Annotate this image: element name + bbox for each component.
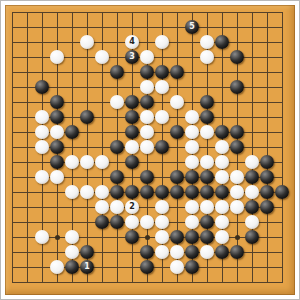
white-stone xyxy=(170,260,184,274)
white-stone xyxy=(50,170,64,184)
white-stone xyxy=(215,215,229,229)
white-stone xyxy=(80,155,94,169)
black-stone xyxy=(230,50,244,64)
white-stone xyxy=(200,125,214,139)
move-number-label: 4 xyxy=(129,35,135,49)
black-stone xyxy=(125,155,139,169)
black-stone xyxy=(170,170,184,184)
white-stone xyxy=(200,245,214,259)
black-stone xyxy=(230,80,244,94)
black-stone xyxy=(200,110,214,124)
white-stone: 2 xyxy=(125,200,139,214)
black-stone xyxy=(260,200,274,214)
black-stone xyxy=(215,125,229,139)
black-stone xyxy=(200,230,214,244)
white-stone xyxy=(110,200,124,214)
grid-line xyxy=(267,12,268,283)
black-stone xyxy=(110,65,124,79)
white-stone xyxy=(125,215,139,229)
white-stone xyxy=(155,245,169,259)
black-stone xyxy=(215,185,229,199)
black-stone xyxy=(185,185,199,199)
black-stone xyxy=(155,65,169,79)
white-stone xyxy=(35,110,49,124)
black-stone xyxy=(125,230,139,244)
white-stone xyxy=(35,140,49,154)
black-stone xyxy=(110,170,124,184)
black-stone xyxy=(155,185,169,199)
white-stone xyxy=(35,230,49,244)
black-stone xyxy=(275,185,289,199)
white-stone xyxy=(245,215,259,229)
black-stone xyxy=(170,65,184,79)
white-stone xyxy=(185,125,199,139)
black-stone xyxy=(230,245,244,259)
black-stone xyxy=(185,245,199,259)
white-stone xyxy=(200,35,214,49)
white-stone xyxy=(65,185,79,199)
black-stone xyxy=(170,125,184,139)
white-stone xyxy=(155,80,169,94)
black-stone xyxy=(50,110,64,124)
white-stone xyxy=(140,125,154,139)
black-stone xyxy=(50,155,64,169)
white-stone xyxy=(230,185,244,199)
white-stone xyxy=(170,95,184,109)
black-stone xyxy=(140,170,154,184)
black-stone xyxy=(140,65,154,79)
white-stone xyxy=(155,35,169,49)
move-number-label: 2 xyxy=(129,200,135,214)
white-stone xyxy=(185,155,199,169)
white-stone xyxy=(125,140,139,154)
white-stone xyxy=(140,215,154,229)
black-stone xyxy=(170,230,184,244)
white-stone xyxy=(35,170,49,184)
white-stone xyxy=(95,185,109,199)
black-stone xyxy=(140,185,154,199)
white-stone xyxy=(200,50,214,64)
black-stone xyxy=(35,80,49,94)
black-stone xyxy=(80,110,94,124)
white-stone xyxy=(140,50,154,64)
white-stone xyxy=(95,50,109,64)
white-stone xyxy=(215,200,229,214)
black-stone xyxy=(140,245,154,259)
black-stone xyxy=(200,215,214,229)
white-stone xyxy=(65,155,79,169)
move-number-label: 3 xyxy=(129,50,135,64)
go-app-screenshot: { "game": "go", "board_size": 19, "posit… xyxy=(0,0,300,300)
black-stone xyxy=(260,155,274,169)
black-stone xyxy=(50,95,64,109)
star-point xyxy=(55,235,60,240)
white-stone xyxy=(155,200,169,214)
white-stone xyxy=(35,125,49,139)
black-stone xyxy=(50,140,64,154)
black-stone xyxy=(110,140,124,154)
white-stone xyxy=(245,185,259,199)
white-stone xyxy=(50,260,64,274)
black-stone xyxy=(125,110,139,124)
white-stone xyxy=(50,125,64,139)
black-stone xyxy=(185,170,199,184)
grid-line xyxy=(282,12,283,283)
white-stone xyxy=(140,140,154,154)
white-stone xyxy=(140,80,154,94)
black-stone: 1 xyxy=(80,260,94,274)
white-stone xyxy=(95,155,109,169)
black-stone xyxy=(215,35,229,49)
white-stone xyxy=(80,185,94,199)
black-stone xyxy=(65,125,79,139)
move-number-label: 5 xyxy=(189,20,195,34)
white-stone xyxy=(185,215,199,229)
white-stone xyxy=(215,230,229,244)
star-point xyxy=(145,235,150,240)
white-stone xyxy=(230,200,244,214)
white-stone xyxy=(200,200,214,214)
black-stone xyxy=(185,230,199,244)
white-stone xyxy=(155,230,169,244)
black-stone xyxy=(200,185,214,199)
white-stone xyxy=(140,110,154,124)
white-stone xyxy=(200,155,214,169)
grid-line xyxy=(12,282,283,283)
black-stone xyxy=(200,95,214,109)
black-stone xyxy=(230,125,244,139)
black-stone xyxy=(125,125,139,139)
white-stone xyxy=(110,95,124,109)
white-stone xyxy=(215,155,229,169)
black-stone xyxy=(65,260,79,274)
black-stone xyxy=(260,185,274,199)
white-stone xyxy=(185,110,199,124)
white-stone xyxy=(230,170,244,184)
go-board[interactable]: 54321 xyxy=(5,5,295,295)
black-stone xyxy=(110,215,124,229)
black-stone xyxy=(230,140,244,154)
white-stone xyxy=(170,245,184,259)
white-stone: 4 xyxy=(125,35,139,49)
black-stone xyxy=(155,140,169,154)
black-stone xyxy=(185,260,199,274)
black-stone xyxy=(245,170,259,184)
black-stone xyxy=(110,185,124,199)
white-stone xyxy=(245,155,259,169)
black-stone xyxy=(245,200,259,214)
white-stone xyxy=(155,110,169,124)
black-stone xyxy=(140,95,154,109)
move-number-label: 1 xyxy=(84,260,90,274)
black-stone xyxy=(245,230,259,244)
white-stone xyxy=(185,140,199,154)
black-stone xyxy=(215,245,229,259)
white-stone xyxy=(215,170,229,184)
black-stone: 5 xyxy=(185,20,199,34)
black-stone: 3 xyxy=(125,50,139,64)
star-point xyxy=(235,235,240,240)
white-stone xyxy=(95,200,109,214)
white-stone xyxy=(65,245,79,259)
white-stone xyxy=(155,215,169,229)
white-stone xyxy=(80,35,94,49)
white-stone xyxy=(215,140,229,154)
black-stone xyxy=(260,170,274,184)
white-stone xyxy=(65,230,79,244)
black-stone xyxy=(140,260,154,274)
black-stone xyxy=(200,170,214,184)
black-stone xyxy=(95,215,109,229)
black-stone xyxy=(125,185,139,199)
black-stone xyxy=(125,95,139,109)
white-stone xyxy=(50,50,64,64)
black-stone xyxy=(170,185,184,199)
black-stone xyxy=(80,245,94,259)
white-stone xyxy=(185,200,199,214)
